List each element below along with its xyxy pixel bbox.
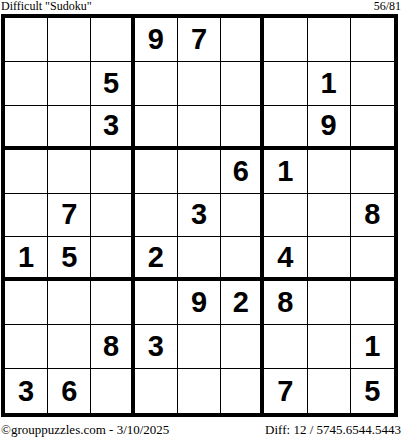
cell-r2c6[interactable] [221,62,264,106]
cell-r8c4[interactable]: 3 [135,325,178,369]
page-header: Difficult "Sudoku" 56/81 [0,0,402,14]
cell-r1c8[interactable] [308,18,351,62]
cell-r6c3[interactable] [91,237,134,281]
cell-r3c1[interactable] [5,106,48,150]
sudoku-page: Difficult "Sudoku" 56/81 975139617381524… [0,0,402,437]
cell-r8c9[interactable]: 1 [351,325,394,369]
cell-r2c1[interactable] [5,62,48,106]
cell-r8c6[interactable] [221,325,264,369]
cell-r6c8[interactable] [308,237,351,281]
cell-r5c1[interactable] [5,194,48,238]
empty-cell-counter: 56/81 [374,0,402,13]
cell-r8c5[interactable] [178,325,221,369]
cell-r1c7[interactable] [264,18,307,62]
cell-r1c2[interactable] [48,18,91,62]
cell-r3c3[interactable]: 3 [91,106,134,150]
cell-r5c7[interactable] [264,194,307,238]
cell-r1c3[interactable] [91,18,134,62]
cell-r3c8[interactable]: 9 [308,106,351,150]
cell-r5c4[interactable] [135,194,178,238]
cell-r5c5[interactable]: 3 [178,194,221,238]
cell-r3c2[interactable] [48,106,91,150]
cell-r9c9[interactable]: 5 [351,369,394,413]
cell-r4c5[interactable] [178,150,221,194]
cell-r1c5[interactable]: 7 [178,18,221,62]
cell-r2c3[interactable]: 5 [91,62,134,106]
cell-r2c4[interactable] [135,62,178,106]
cell-r2c7[interactable] [264,62,307,106]
cell-r7c6[interactable]: 2 [221,281,264,325]
cell-r9c8[interactable] [308,369,351,413]
cell-r3c9[interactable] [351,106,394,150]
cell-r5c2[interactable]: 7 [48,194,91,238]
cell-r7c5[interactable]: 9 [178,281,221,325]
cell-r9c3[interactable] [91,369,134,413]
cell-r7c3[interactable] [91,281,134,325]
cell-r5c8[interactable] [308,194,351,238]
cell-r4c2[interactable] [48,150,91,194]
cell-r6c1[interactable]: 1 [5,237,48,281]
cell-r5c9[interactable]: 8 [351,194,394,238]
cell-r4c8[interactable] [308,150,351,194]
cell-r9c2[interactable]: 6 [48,369,91,413]
cell-r1c4[interactable]: 9 [135,18,178,62]
cell-r9c4[interactable] [135,369,178,413]
cell-r3c6[interactable] [221,106,264,150]
cell-r6c2[interactable]: 5 [48,237,91,281]
cell-r7c2[interactable] [48,281,91,325]
cell-r1c1[interactable] [5,18,48,62]
cell-r2c2[interactable] [48,62,91,106]
cell-r8c3[interactable]: 8 [91,325,134,369]
cell-r4c3[interactable] [91,150,134,194]
cell-r6c9[interactable] [351,237,394,281]
cell-r8c8[interactable] [308,325,351,369]
cell-r7c4[interactable] [135,281,178,325]
cell-r5c3[interactable] [91,194,134,238]
cell-r4c7[interactable]: 1 [264,150,307,194]
cell-r4c9[interactable] [351,150,394,194]
cell-r8c2[interactable] [48,325,91,369]
cell-r7c8[interactable] [308,281,351,325]
cell-r9c6[interactable] [221,369,264,413]
cell-r4c4[interactable] [135,150,178,194]
cell-r9c7[interactable]: 7 [264,369,307,413]
cell-r2c9[interactable] [351,62,394,106]
cell-r9c1[interactable]: 3 [5,369,48,413]
cell-r7c7[interactable]: 8 [264,281,307,325]
cell-r3c5[interactable] [178,106,221,150]
cell-r9c5[interactable] [178,369,221,413]
copyright-date: ©grouppuzzles.com - 3/10/2025 [0,422,169,437]
sudoku-board: 9751396173815249288313675 [1,14,398,417]
cell-r3c4[interactable] [135,106,178,150]
cell-r5c6[interactable] [221,194,264,238]
cell-r4c6[interactable]: 6 [221,150,264,194]
cell-r6c7[interactable]: 4 [264,237,307,281]
cell-r2c8[interactable]: 1 [308,62,351,106]
cell-r6c4[interactable]: 2 [135,237,178,281]
cell-r6c5[interactable] [178,237,221,281]
cell-r1c6[interactable] [221,18,264,62]
cell-r1c9[interactable] [351,18,394,62]
cell-r7c9[interactable] [351,281,394,325]
cell-r7c1[interactable] [5,281,48,325]
cell-r6c6[interactable] [221,237,264,281]
cell-r2c5[interactable] [178,62,221,106]
cell-r3c7[interactable] [264,106,307,150]
puzzle-title: Difficult "Sudoku" [0,0,92,13]
difficulty-rating: Diff: 12 / 5745.6544.5443 [265,422,402,437]
cell-r8c7[interactable] [264,325,307,369]
cell-r4c1[interactable] [5,150,48,194]
cell-r8c1[interactable] [5,325,48,369]
page-footer: ©grouppuzzles.com - 3/10/2025 Diff: 12 /… [0,419,402,437]
